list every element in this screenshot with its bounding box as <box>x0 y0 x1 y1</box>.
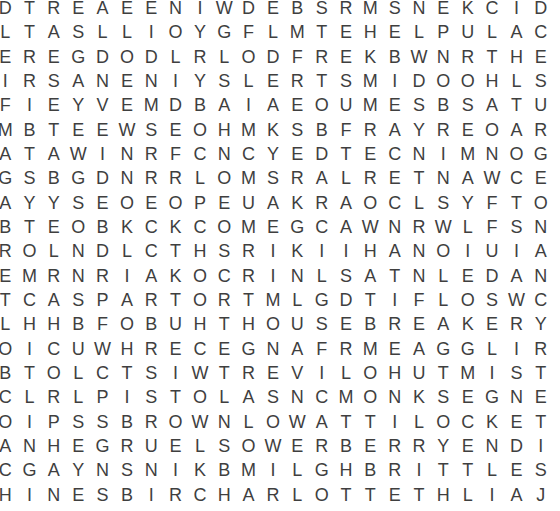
grid-cell[interactable]: T <box>309 69 333 93</box>
grid-cell[interactable]: D <box>529 0 553 20</box>
grid-cell[interactable]: E <box>383 93 407 117</box>
grid-cell[interactable]: G <box>480 385 504 409</box>
grid-cell[interactable]: C <box>0 385 17 409</box>
grid-cell[interactable]: N <box>66 239 90 263</box>
grid-cell[interactable]: H <box>431 483 455 507</box>
grid-cell[interactable]: D <box>139 45 163 69</box>
grid-cell[interactable]: L <box>0 312 17 336</box>
grid-cell[interactable]: B <box>285 0 309 20</box>
grid-cell[interactable]: A <box>504 118 528 142</box>
grid-cell[interactable]: R <box>383 458 407 482</box>
grid-cell[interactable]: G <box>236 337 260 361</box>
grid-cell[interactable]: E <box>261 69 285 93</box>
grid-cell[interactable]: I <box>115 264 139 288</box>
grid-cell[interactable]: E <box>139 191 163 215</box>
grid-cell[interactable]: C <box>309 215 333 239</box>
grid-cell[interactable]: C <box>90 361 114 385</box>
grid-cell[interactable]: L <box>285 288 309 312</box>
grid-cell[interactable]: A <box>236 483 260 507</box>
grid-cell[interactable]: O <box>212 166 236 190</box>
grid-cell[interactable]: S <box>66 288 90 312</box>
grid-cell[interactable]: C <box>529 288 553 312</box>
grid-cell[interactable]: T <box>236 288 260 312</box>
grid-cell[interactable]: R <box>431 118 455 142</box>
grid-cell[interactable]: A <box>383 239 407 263</box>
grid-cell[interactable]: S <box>261 385 285 409</box>
grid-cell[interactable]: M <box>236 458 260 482</box>
grid-cell[interactable]: H <box>188 239 212 263</box>
grid-cell[interactable]: H <box>358 239 382 263</box>
grid-cell[interactable]: R <box>358 118 382 142</box>
grid-cell[interactable]: T <box>529 361 553 385</box>
grid-cell[interactable]: C <box>188 142 212 166</box>
grid-cell[interactable]: M <box>236 118 260 142</box>
grid-cell[interactable]: C <box>139 239 163 263</box>
grid-cell[interactable]: I <box>383 410 407 434</box>
grid-cell[interactable]: R <box>504 312 528 336</box>
grid-cell[interactable]: M <box>358 0 382 20</box>
grid-cell[interactable]: I <box>139 483 163 507</box>
grid-cell[interactable]: I <box>163 69 187 93</box>
grid-cell[interactable]: R <box>456 45 480 69</box>
grid-cell[interactable]: L <box>66 361 90 385</box>
grid-cell[interactable]: S <box>66 191 90 215</box>
grid-cell[interactable]: R <box>309 191 333 215</box>
grid-cell[interactable]: Y <box>407 118 431 142</box>
grid-cell[interactable]: L <box>212 385 236 409</box>
grid-cell[interactable]: I <box>504 337 528 361</box>
grid-cell[interactable]: O <box>358 361 382 385</box>
grid-cell[interactable]: A <box>529 239 553 263</box>
grid-cell[interactable]: A <box>504 264 528 288</box>
grid-cell[interactable]: A <box>236 385 260 409</box>
grid-cell[interactable]: C <box>309 385 333 409</box>
grid-cell[interactable]: O <box>358 191 382 215</box>
grid-cell[interactable]: A <box>0 142 17 166</box>
grid-cell[interactable]: S <box>431 191 455 215</box>
grid-cell[interactable]: D <box>90 45 114 69</box>
grid-cell[interactable]: L <box>407 410 431 434</box>
grid-cell[interactable]: D <box>261 45 285 69</box>
grid-cell[interactable]: E <box>480 312 504 336</box>
grid-cell[interactable]: E <box>261 215 285 239</box>
grid-cell[interactable]: R <box>163 483 187 507</box>
grid-cell[interactable]: N <box>261 337 285 361</box>
grid-cell[interactable]: D <box>309 142 333 166</box>
grid-cell[interactable]: N <box>115 166 139 190</box>
grid-cell[interactable]: H <box>42 312 66 336</box>
grid-cell[interactable]: B <box>358 312 382 336</box>
grid-cell[interactable]: K <box>163 264 187 288</box>
grid-cell[interactable]: R <box>236 361 260 385</box>
grid-cell[interactable]: T <box>407 483 431 507</box>
grid-cell[interactable]: H <box>358 20 382 44</box>
grid-cell[interactable]: H <box>17 312 41 336</box>
grid-cell[interactable]: W <box>504 288 528 312</box>
grid-cell[interactable]: E <box>163 118 187 142</box>
grid-cell[interactable]: O <box>309 483 333 507</box>
grid-cell[interactable]: H <box>0 483 17 507</box>
grid-cell[interactable]: N <box>407 0 431 20</box>
grid-cell[interactable]: H <box>42 434 66 458</box>
grid-cell[interactable]: M <box>334 385 358 409</box>
grid-cell[interactable]: R <box>236 239 260 263</box>
grid-cell[interactable]: L <box>42 239 66 263</box>
grid-cell[interactable]: N <box>139 69 163 93</box>
grid-cell[interactable]: R <box>407 215 431 239</box>
grid-cell[interactable]: P <box>90 385 114 409</box>
grid-cell[interactable]: L <box>504 69 528 93</box>
grid-cell[interactable]: O <box>188 288 212 312</box>
grid-cell[interactable]: H <box>212 483 236 507</box>
grid-cell[interactable]: U <box>334 93 358 117</box>
grid-cell[interactable]: C <box>139 215 163 239</box>
grid-cell[interactable]: N <box>285 264 309 288</box>
grid-cell[interactable]: S <box>334 264 358 288</box>
grid-cell[interactable]: E <box>529 45 553 69</box>
grid-cell[interactable]: E <box>163 337 187 361</box>
grid-cell[interactable]: B <box>358 458 382 482</box>
grid-cell[interactable]: B <box>309 118 333 142</box>
grid-cell[interactable]: S <box>334 69 358 93</box>
grid-cell[interactable]: D <box>90 166 114 190</box>
grid-cell[interactable]: A <box>334 191 358 215</box>
grid-cell[interactable]: S <box>407 93 431 117</box>
grid-cell[interactable]: E <box>115 0 139 20</box>
grid-cell[interactable]: R <box>407 434 431 458</box>
grid-cell[interactable]: G <box>17 458 41 482</box>
grid-cell[interactable]: R <box>17 69 41 93</box>
grid-cell[interactable]: S <box>529 69 553 93</box>
grid-cell[interactable]: A <box>42 458 66 482</box>
grid-cell[interactable]: T <box>163 239 187 263</box>
grid-cell[interactable]: O <box>431 410 455 434</box>
grid-cell[interactable]: B <box>90 215 114 239</box>
grid-cell[interactable]: R <box>285 166 309 190</box>
grid-cell[interactable]: H <box>212 118 236 142</box>
grid-cell[interactable]: A <box>285 337 309 361</box>
grid-cell[interactable]: O <box>115 45 139 69</box>
grid-cell[interactable]: S <box>139 361 163 385</box>
grid-cell[interactable]: T <box>163 385 187 409</box>
grid-cell[interactable]: D <box>0 0 17 20</box>
grid-cell[interactable]: A <box>115 288 139 312</box>
grid-cell[interactable]: M <box>456 361 480 385</box>
grid-cell[interactable]: T <box>407 166 431 190</box>
grid-cell[interactable]: L <box>334 361 358 385</box>
grid-cell[interactable]: S <box>309 0 333 20</box>
grid-cell[interactable]: E <box>529 385 553 409</box>
grid-cell[interactable]: R <box>139 337 163 361</box>
grid-cell[interactable]: L <box>407 191 431 215</box>
grid-cell[interactable]: R <box>139 142 163 166</box>
grid-cell[interactable]: W <box>188 410 212 434</box>
grid-cell[interactable]: I <box>383 288 407 312</box>
grid-cell[interactable]: C <box>383 191 407 215</box>
grid-cell[interactable]: I <box>407 458 431 482</box>
grid-cell[interactable]: N <box>407 264 431 288</box>
grid-cell[interactable]: L <box>407 20 431 44</box>
grid-cell[interactable]: T <box>309 20 333 44</box>
grid-cell[interactable]: L <box>115 239 139 263</box>
grid-cell[interactable]: G <box>66 45 90 69</box>
grid-cell[interactable]: K <box>480 410 504 434</box>
grid-cell[interactable]: Y <box>529 312 553 336</box>
grid-cell[interactable]: B <box>431 93 455 117</box>
grid-cell[interactable]: E <box>529 166 553 190</box>
grid-cell[interactable]: B <box>42 166 66 190</box>
grid-cell[interactable]: J <box>529 483 553 507</box>
grid-cell[interactable]: K <box>115 215 139 239</box>
grid-cell[interactable]: P <box>42 410 66 434</box>
grid-cell[interactable]: K <box>358 45 382 69</box>
grid-cell[interactable]: O <box>504 142 528 166</box>
grid-cell[interactable]: S <box>139 385 163 409</box>
grid-cell[interactable]: R <box>334 337 358 361</box>
grid-cell[interactable]: E <box>42 215 66 239</box>
grid-cell[interactable]: A <box>383 118 407 142</box>
grid-cell[interactable]: N <box>66 264 90 288</box>
grid-cell[interactable]: R <box>163 166 187 190</box>
grid-cell[interactable]: A <box>309 166 333 190</box>
grid-cell[interactable]: D <box>480 264 504 288</box>
grid-cell[interactable]: G <box>529 142 553 166</box>
grid-cell[interactable]: I <box>480 361 504 385</box>
grid-cell[interactable]: A <box>504 20 528 44</box>
grid-cell[interactable]: R <box>358 166 382 190</box>
grid-cell[interactable]: U <box>66 337 90 361</box>
grid-cell[interactable]: I <box>163 361 187 385</box>
grid-cell[interactable]: Y <box>66 458 90 482</box>
grid-cell[interactable]: R <box>529 118 553 142</box>
grid-cell[interactable]: B <box>212 458 236 482</box>
grid-cell[interactable]: U <box>139 434 163 458</box>
grid-cell[interactable]: I <box>334 239 358 263</box>
grid-cell[interactable]: L <box>431 288 455 312</box>
grid-cell[interactable]: T <box>212 312 236 336</box>
grid-cell[interactable]: S <box>504 361 528 385</box>
grid-cell[interactable]: T <box>17 0 41 20</box>
grid-cell[interactable]: L <box>90 20 114 44</box>
grid-cell[interactable]: O <box>236 434 260 458</box>
grid-cell[interactable]: C <box>383 142 407 166</box>
grid-cell[interactable]: T <box>504 93 528 117</box>
grid-cell[interactable]: E <box>285 93 309 117</box>
grid-cell[interactable]: G <box>309 458 333 482</box>
grid-cell[interactable]: O <box>188 118 212 142</box>
grid-cell[interactable]: N <box>212 142 236 166</box>
grid-cell[interactable]: A <box>90 0 114 20</box>
grid-cell[interactable]: T <box>358 483 382 507</box>
grid-cell[interactable]: C <box>236 142 260 166</box>
grid-cell[interactable]: D <box>163 93 187 117</box>
grid-cell[interactable]: R <box>115 434 139 458</box>
grid-cell[interactable]: O <box>261 312 285 336</box>
grid-cell[interactable]: I <box>236 93 260 117</box>
grid-cell[interactable]: E <box>334 20 358 44</box>
grid-cell[interactable]: C <box>42 337 66 361</box>
grid-cell[interactable]: O <box>115 191 139 215</box>
grid-cell[interactable]: Y <box>188 69 212 93</box>
grid-cell[interactable]: A <box>261 191 285 215</box>
grid-cell[interactable]: S <box>285 118 309 142</box>
grid-cell[interactable]: O <box>358 385 382 409</box>
grid-cell[interactable]: B <box>115 410 139 434</box>
grid-cell[interactable]: E <box>504 410 528 434</box>
grid-cell[interactable]: A <box>334 215 358 239</box>
grid-cell[interactable]: M <box>236 215 260 239</box>
grid-cell[interactable]: E <box>66 483 90 507</box>
grid-cell[interactable]: T <box>17 361 41 385</box>
grid-cell[interactable]: N <box>90 69 114 93</box>
grid-cell[interactable]: O <box>431 239 455 263</box>
grid-cell[interactable]: T <box>431 458 455 482</box>
grid-cell[interactable]: U <box>236 191 260 215</box>
grid-cell[interactable]: U <box>407 361 431 385</box>
grid-cell[interactable]: O <box>212 215 236 239</box>
grid-cell[interactable]: R <box>42 0 66 20</box>
grid-cell[interactable]: R <box>188 45 212 69</box>
grid-cell[interactable]: E <box>90 118 114 142</box>
grid-cell[interactable]: W <box>285 410 309 434</box>
grid-cell[interactable]: L <box>236 69 260 93</box>
grid-cell[interactable]: C <box>504 166 528 190</box>
grid-cell[interactable]: I <box>139 20 163 44</box>
grid-cell[interactable]: N <box>383 215 407 239</box>
grid-cell[interactable]: L <box>334 166 358 190</box>
grid-cell[interactable]: L <box>17 385 41 409</box>
grid-cell[interactable]: B <box>115 483 139 507</box>
grid-cell[interactable]: L <box>480 458 504 482</box>
grid-cell[interactable]: R <box>42 264 66 288</box>
grid-cell[interactable]: S <box>66 20 90 44</box>
grid-cell[interactable]: I <box>480 483 504 507</box>
grid-cell[interactable]: F <box>90 312 114 336</box>
grid-cell[interactable]: E <box>383 20 407 44</box>
grid-cell[interactable]: H <box>480 69 504 93</box>
grid-cell[interactable]: L <box>480 337 504 361</box>
grid-cell[interactable]: L <box>285 483 309 507</box>
grid-cell[interactable]: I <box>17 337 41 361</box>
grid-cell[interactable]: L <box>456 483 480 507</box>
grid-cell[interactable]: H <box>236 312 260 336</box>
grid-cell[interactable]: E <box>456 264 480 288</box>
grid-cell[interactable]: N <box>480 434 504 458</box>
grid-cell[interactable]: I <box>504 0 528 20</box>
grid-cell[interactable]: I <box>17 93 41 117</box>
grid-cell[interactable]: T <box>212 361 236 385</box>
grid-cell[interactable]: W <box>261 434 285 458</box>
grid-cell[interactable]: C <box>0 458 17 482</box>
grid-cell[interactable]: G <box>212 20 236 44</box>
grid-cell[interactable]: I <box>115 385 139 409</box>
grid-cell[interactable]: O <box>66 215 90 239</box>
grid-cell[interactable]: R <box>309 45 333 69</box>
grid-cell[interactable]: D <box>236 0 260 20</box>
grid-cell[interactable]: O <box>188 385 212 409</box>
grid-cell[interactable]: L <box>309 264 333 288</box>
grid-cell[interactable]: M <box>358 93 382 117</box>
grid-cell[interactable]: D <box>90 239 114 263</box>
grid-cell[interactable]: M <box>261 288 285 312</box>
grid-cell[interactable]: H <box>504 45 528 69</box>
grid-cell[interactable]: S <box>504 215 528 239</box>
grid-cell[interactable]: O <box>17 239 41 263</box>
grid-cell[interactable]: N <box>529 215 553 239</box>
grid-cell[interactable]: K <box>261 118 285 142</box>
grid-cell[interactable]: B <box>0 215 17 239</box>
grid-cell[interactable]: A <box>261 93 285 117</box>
grid-cell[interactable]: A <box>480 93 504 117</box>
grid-cell[interactable]: T <box>17 215 41 239</box>
grid-cell[interactable]: S <box>261 166 285 190</box>
grid-cell[interactable]: G <box>431 337 455 361</box>
grid-cell[interactable]: A <box>456 166 480 190</box>
grid-cell[interactable]: M <box>456 142 480 166</box>
grid-cell[interactable]: R <box>261 483 285 507</box>
grid-cell[interactable]: L <box>0 20 17 44</box>
grid-cell[interactable]: I <box>431 142 455 166</box>
grid-cell[interactable]: O <box>480 118 504 142</box>
grid-cell[interactable]: S <box>90 410 114 434</box>
grid-cell[interactable]: A <box>358 264 382 288</box>
grid-cell[interactable]: K <box>188 458 212 482</box>
grid-cell[interactable]: A <box>42 288 66 312</box>
grid-cell[interactable]: T <box>431 361 455 385</box>
grid-cell[interactable]: L <box>115 20 139 44</box>
grid-cell[interactable]: U <box>163 312 187 336</box>
grid-cell[interactable]: N <box>407 239 431 263</box>
grid-cell[interactable]: E <box>139 0 163 20</box>
grid-cell[interactable]: W <box>480 166 504 190</box>
grid-cell[interactable]: A <box>0 191 17 215</box>
grid-cell[interactable]: E <box>456 118 480 142</box>
grid-cell[interactable]: E <box>383 337 407 361</box>
grid-cell[interactable]: A <box>407 337 431 361</box>
grid-cell[interactable]: A <box>431 312 455 336</box>
grid-cell[interactable]: C <box>456 410 480 434</box>
grid-cell[interactable]: B <box>66 312 90 336</box>
grid-cell[interactable]: M <box>236 166 260 190</box>
grid-cell[interactable]: L <box>456 215 480 239</box>
grid-cell[interactable]: R <box>139 410 163 434</box>
grid-cell[interactable]: E <box>66 0 90 20</box>
grid-cell[interactable]: W <box>407 45 431 69</box>
grid-cell[interactable]: V <box>90 93 114 117</box>
grid-cell[interactable]: D <box>407 69 431 93</box>
grid-cell[interactable]: S <box>309 312 333 336</box>
grid-cell[interactable]: N <box>431 45 455 69</box>
grid-cell[interactable]: Y <box>42 191 66 215</box>
grid-cell[interactable]: E <box>358 434 382 458</box>
grid-cell[interactable]: T <box>17 142 41 166</box>
grid-cell[interactable]: K <box>285 191 309 215</box>
grid-cell[interactable]: E <box>285 434 309 458</box>
grid-cell[interactable]: I <box>17 483 41 507</box>
grid-cell[interactable]: B <box>17 118 41 142</box>
grid-cell[interactable]: R <box>383 312 407 336</box>
grid-cell[interactable]: B <box>334 434 358 458</box>
grid-cell[interactable]: I <box>261 264 285 288</box>
grid-cell[interactable]: O <box>0 410 17 434</box>
grid-cell[interactable]: E <box>261 361 285 385</box>
grid-cell[interactable]: W <box>358 215 382 239</box>
grid-cell[interactable]: E <box>285 142 309 166</box>
grid-cell[interactable]: O <box>456 69 480 93</box>
grid-cell[interactable]: E <box>383 483 407 507</box>
grid-cell[interactable]: E <box>0 264 17 288</box>
grid-cell[interactable]: L <box>285 458 309 482</box>
